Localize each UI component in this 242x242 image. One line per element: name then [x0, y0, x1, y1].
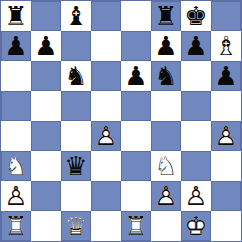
- square-e2[interactable]: [121, 181, 151, 211]
- square-b8[interactable]: [31, 1, 61, 31]
- piece-black-pawn[interactable]: ♟: [1, 31, 31, 61]
- piece-white-pawn[interactable]: ♙: [181, 181, 211, 211]
- square-f8[interactable]: ♜: [151, 1, 181, 31]
- piece-black-pawn[interactable]: ♟: [181, 31, 211, 61]
- piece-white-knight[interactable]: ♘: [1, 151, 31, 181]
- square-c2[interactable]: [61, 181, 91, 211]
- piece-white-pawn[interactable]: ♙: [151, 181, 181, 211]
- piece-white-bishop[interactable]: ♗: [211, 31, 241, 61]
- piece-black-rook[interactable]: ♜: [151, 1, 181, 31]
- square-h2[interactable]: [211, 181, 241, 211]
- square-g4[interactable]: [181, 121, 211, 151]
- square-f7[interactable]: ♟: [151, 31, 181, 61]
- square-d3[interactable]: [91, 151, 121, 181]
- square-b6[interactable]: [31, 61, 61, 91]
- square-g2[interactable]: ♟♙: [181, 181, 211, 211]
- square-c7[interactable]: [61, 31, 91, 61]
- square-a4[interactable]: [1, 121, 31, 151]
- square-h8[interactable]: [211, 1, 241, 31]
- square-a2[interactable]: ♟♙: [1, 181, 31, 211]
- piece-white-knight[interactable]: ♘: [151, 151, 181, 181]
- square-c3[interactable]: ♛: [61, 151, 91, 181]
- square-c5[interactable]: [61, 91, 91, 121]
- piece-black-rook[interactable]: ♜: [1, 1, 31, 31]
- square-g1[interactable]: ♚♔: [181, 211, 211, 241]
- square-f5[interactable]: [151, 91, 181, 121]
- square-e4[interactable]: [121, 121, 151, 151]
- square-h3[interactable]: [211, 151, 241, 181]
- piece-white-pawn[interactable]: ♙: [1, 181, 31, 211]
- square-g3[interactable]: [181, 151, 211, 181]
- square-e3[interactable]: [121, 151, 151, 181]
- square-e8[interactable]: [121, 1, 151, 31]
- square-f2[interactable]: ♟♙: [151, 181, 181, 211]
- square-d2[interactable]: [91, 181, 121, 211]
- square-d8[interactable]: [91, 1, 121, 31]
- square-g7[interactable]: ♟: [181, 31, 211, 61]
- square-b3[interactable]: [31, 151, 61, 181]
- square-d5[interactable]: [91, 91, 121, 121]
- piece-white-rook[interactable]: ♖: [121, 211, 151, 241]
- square-a7[interactable]: ♟: [1, 31, 31, 61]
- square-h7[interactable]: ♝♗: [211, 31, 241, 61]
- square-f6[interactable]: ♞: [151, 61, 181, 91]
- piece-black-pawn[interactable]: ♟: [121, 61, 151, 91]
- square-a1[interactable]: ♜♖: [1, 211, 31, 241]
- square-d1[interactable]: [91, 211, 121, 241]
- square-d6[interactable]: [91, 61, 121, 91]
- square-e5[interactable]: [121, 91, 151, 121]
- square-h6[interactable]: ♟: [211, 61, 241, 91]
- piece-black-king[interactable]: ♚: [181, 1, 211, 31]
- square-b1[interactable]: [31, 211, 61, 241]
- square-b2[interactable]: [31, 181, 61, 211]
- square-e1[interactable]: ♜♖: [121, 211, 151, 241]
- square-e7[interactable]: [121, 31, 151, 61]
- square-f3[interactable]: ♞♘: [151, 151, 181, 181]
- piece-white-king[interactable]: ♔: [181, 211, 211, 241]
- square-f4[interactable]: [151, 121, 181, 151]
- square-b4[interactable]: [31, 121, 61, 151]
- square-a5[interactable]: [1, 91, 31, 121]
- square-f1[interactable]: [151, 211, 181, 241]
- square-c8[interactable]: ♝: [61, 1, 91, 31]
- chess-board: ♜♝♜♚♟♟♟♟♝♗♞♟♞♟♟♙♟♙♞♘♛♞♘♟♙♟♙♟♙♜♖♛♕♜♖♚♔: [0, 0, 242, 242]
- square-a6[interactable]: [1, 61, 31, 91]
- piece-black-pawn[interactable]: ♟: [31, 31, 61, 61]
- piece-black-queen[interactable]: ♛: [61, 151, 91, 181]
- piece-white-pawn[interactable]: ♙: [91, 121, 121, 151]
- square-e6[interactable]: ♟: [121, 61, 151, 91]
- square-h5[interactable]: [211, 91, 241, 121]
- square-b7[interactable]: ♟: [31, 31, 61, 61]
- square-b5[interactable]: [31, 91, 61, 121]
- piece-black-bishop[interactable]: ♝: [61, 1, 91, 31]
- square-c4[interactable]: [61, 121, 91, 151]
- piece-black-pawn[interactable]: ♟: [151, 31, 181, 61]
- piece-black-knight[interactable]: ♞: [151, 61, 181, 91]
- square-a3[interactable]: ♞♘: [1, 151, 31, 181]
- square-d7[interactable]: [91, 31, 121, 61]
- piece-white-queen[interactable]: ♕: [61, 211, 91, 241]
- piece-white-rook[interactable]: ♖: [1, 211, 31, 241]
- square-g8[interactable]: ♚: [181, 1, 211, 31]
- square-h1[interactable]: [211, 211, 241, 241]
- square-c6[interactable]: ♞: [61, 61, 91, 91]
- square-h4[interactable]: ♟♙: [211, 121, 241, 151]
- piece-black-knight[interactable]: ♞: [61, 61, 91, 91]
- square-g6[interactable]: [181, 61, 211, 91]
- square-a8[interactable]: ♜: [1, 1, 31, 31]
- piece-black-pawn[interactable]: ♟: [211, 61, 241, 91]
- square-d4[interactable]: ♟♙: [91, 121, 121, 151]
- square-g5[interactable]: [181, 91, 211, 121]
- chess-board-grid: ♜♝♜♚♟♟♟♟♝♗♞♟♞♟♟♙♟♙♞♘♛♞♘♟♙♟♙♟♙♜♖♛♕♜♖♚♔: [1, 1, 241, 241]
- square-c1[interactable]: ♛♕: [61, 211, 91, 241]
- piece-white-pawn[interactable]: ♙: [211, 121, 241, 151]
